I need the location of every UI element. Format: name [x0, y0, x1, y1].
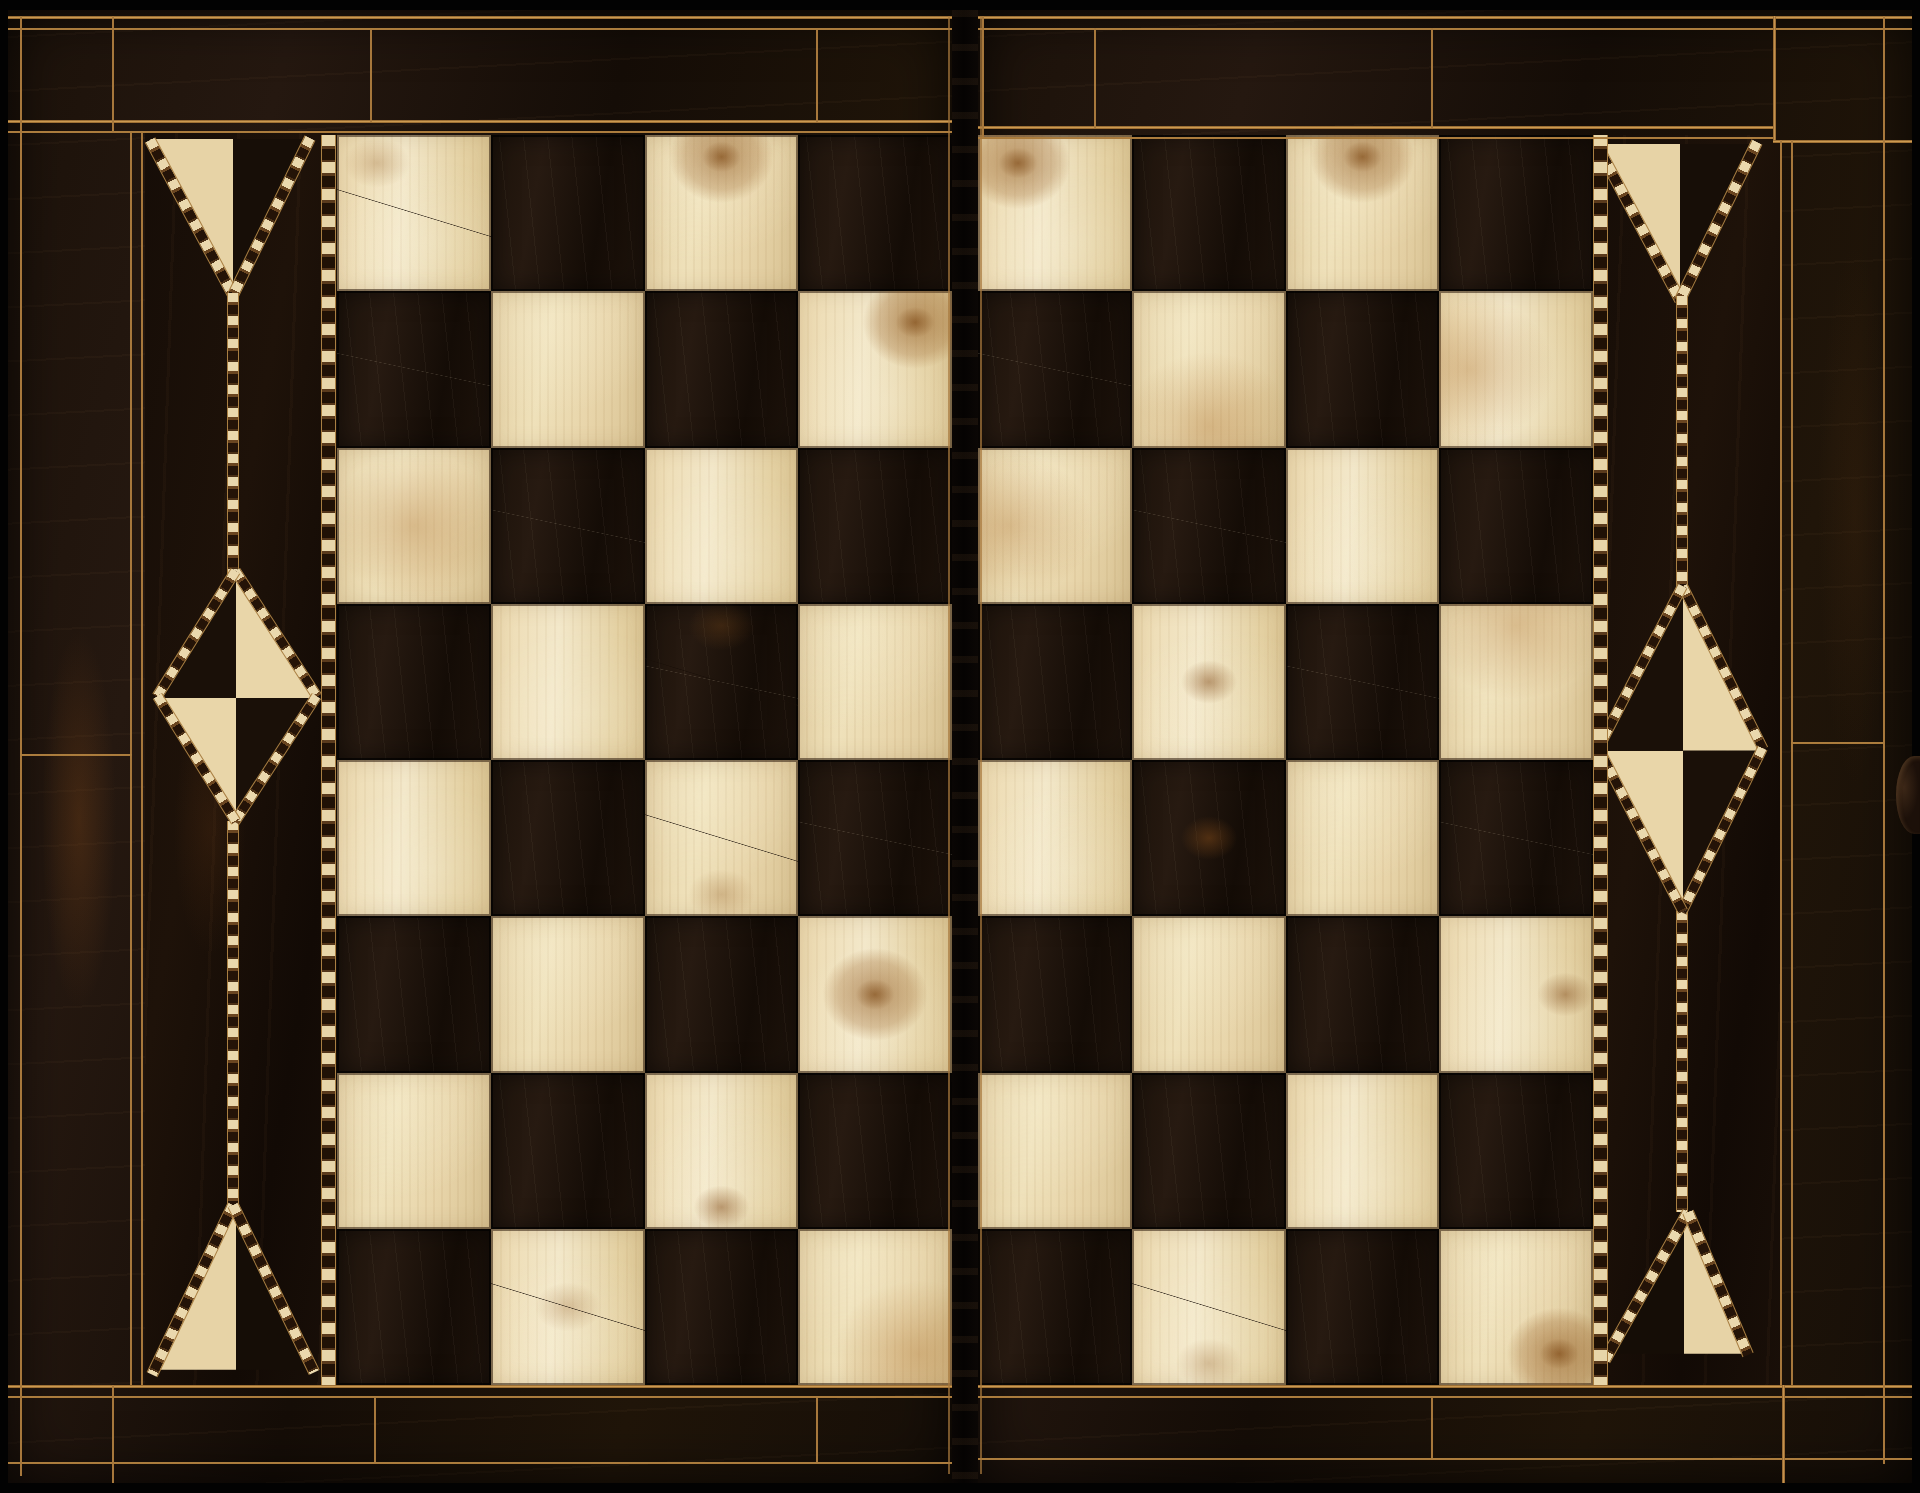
square-b8 — [491, 135, 645, 291]
stringing-line — [1883, 16, 1885, 1464]
stringing-line — [130, 133, 132, 1385]
square-h3 — [1439, 916, 1593, 1072]
stringing-line — [978, 28, 1912, 30]
square-f6 — [1132, 448, 1286, 604]
stain-overlay — [1132, 291, 1286, 447]
square-d3 — [798, 916, 952, 1072]
stringing-line — [8, 120, 952, 123]
stringing-line — [8, 1385, 952, 1388]
square-c1 — [645, 1229, 799, 1385]
square-c8 — [645, 135, 799, 291]
square-h7 — [1439, 291, 1593, 447]
square-h2 — [1439, 1073, 1593, 1229]
square-e1 — [978, 1229, 1132, 1385]
stringing-line — [982, 16, 984, 137]
stain-overlay — [1132, 604, 1286, 760]
inlay-stem — [1676, 911, 1688, 1212]
stringing-line — [8, 1396, 952, 1398]
stain-overlay — [645, 760, 799, 916]
stringing-line — [1782, 1385, 1785, 1483]
square-g7 — [1286, 291, 1440, 447]
square-d5 — [798, 604, 952, 760]
stringing-line — [978, 1458, 1912, 1460]
square-a5 — [337, 604, 491, 760]
stringing-line — [8, 131, 952, 133]
stain-overlay — [337, 448, 491, 604]
right-border-inlay-strip — [1593, 135, 1608, 1385]
stain-overlay — [491, 1229, 645, 1385]
stringing-line — [141, 133, 143, 1385]
stain-overlay — [978, 135, 1132, 291]
square-h1 — [1439, 1229, 1593, 1385]
square-f1 — [1132, 1229, 1286, 1385]
square-a4 — [337, 760, 491, 916]
stringing-line — [1431, 28, 1433, 128]
square-c6 — [645, 448, 799, 604]
square-d1 — [798, 1229, 952, 1385]
stain-overlay — [645, 1073, 799, 1229]
square-d7 — [798, 291, 952, 447]
square-g4 — [1286, 760, 1440, 916]
stringing-line — [8, 28, 952, 30]
stringing-line — [20, 16, 22, 1476]
square-c5 — [645, 604, 799, 760]
stringing-line — [948, 16, 950, 1474]
left-checkerboard — [337, 135, 952, 1385]
square-d4 — [798, 760, 952, 916]
stain-overlay — [1286, 135, 1440, 291]
stain-overlay — [645, 604, 799, 760]
square-e8 — [978, 135, 1132, 291]
hinge-seam — [952, 10, 978, 1483]
square-f4 — [1132, 760, 1286, 916]
stringing-line — [374, 1398, 376, 1462]
stringing-line — [816, 30, 818, 122]
square-c3 — [645, 916, 799, 1072]
inlay-stem — [227, 821, 239, 1207]
square-c2 — [645, 1073, 799, 1229]
stringing-line — [1791, 742, 1883, 744]
right-checkerboard — [978, 135, 1593, 1385]
stain-overlay — [337, 135, 491, 291]
square-b4 — [491, 760, 645, 916]
square-b6 — [491, 448, 645, 604]
square-e2 — [978, 1073, 1132, 1229]
square-d2 — [798, 1073, 952, 1229]
square-e4 — [978, 760, 1132, 916]
stain-overlay — [798, 1229, 952, 1385]
stringing-line — [978, 1396, 1912, 1398]
stringing-line — [1773, 140, 1912, 143]
inlay-stem — [1676, 296, 1688, 590]
square-e5 — [978, 604, 1132, 760]
stringing-line — [370, 30, 372, 122]
stain-overlay — [978, 448, 1132, 604]
square-f8 — [1132, 135, 1286, 291]
square-b3 — [491, 916, 645, 1072]
stringing-line — [8, 16, 952, 19]
stringing-line — [1094, 28, 1096, 128]
square-g3 — [1286, 916, 1440, 1072]
stringing-line — [112, 1385, 114, 1483]
square-a1 — [337, 1229, 491, 1385]
square-g6 — [1286, 448, 1440, 604]
stringing-line — [1773, 16, 1776, 142]
stain-overlay — [798, 291, 952, 447]
square-g2 — [1286, 1073, 1440, 1229]
square-h6 — [1439, 448, 1593, 604]
square-b7 — [491, 291, 645, 447]
stringing-line — [978, 16, 1912, 19]
square-h8 — [1439, 135, 1593, 291]
stain-overlay — [1439, 1229, 1593, 1385]
square-g1 — [1286, 1229, 1440, 1385]
stringing-line — [978, 126, 1773, 129]
square-h4 — [1439, 760, 1593, 916]
stain-overlay — [1439, 916, 1593, 1072]
square-a7 — [337, 291, 491, 447]
square-f2 — [1132, 1073, 1286, 1229]
square-f3 — [1132, 916, 1286, 1072]
stringing-line — [112, 16, 114, 133]
stain-overlay — [1132, 1229, 1286, 1385]
square-d8 — [798, 135, 952, 291]
square-f5 — [1132, 604, 1286, 760]
stringing-line — [978, 1385, 1912, 1388]
square-d6 — [798, 448, 952, 604]
square-c4 — [645, 760, 799, 916]
stringing-line — [980, 16, 982, 1474]
square-c7 — [645, 291, 799, 447]
stain-overlay — [1439, 291, 1593, 447]
square-e3 — [978, 916, 1132, 1072]
square-e7 — [978, 291, 1132, 447]
square-g5 — [1286, 604, 1440, 760]
square-e6 — [978, 448, 1132, 604]
stain-overlay — [645, 135, 799, 291]
stringing-line — [1780, 140, 1782, 1385]
stringing-line — [816, 1398, 818, 1462]
stain-overlay — [1132, 760, 1286, 916]
stringing-line — [8, 1462, 952, 1464]
square-a2 — [337, 1073, 491, 1229]
square-b1 — [491, 1229, 645, 1385]
square-a8 — [337, 135, 491, 291]
square-b5 — [491, 604, 645, 760]
stringing-line — [978, 137, 1773, 139]
stringing-line — [1431, 1398, 1433, 1458]
stain-overlay — [1439, 604, 1593, 760]
chessboard-photo — [0, 0, 1920, 1493]
square-h5 — [1439, 604, 1593, 760]
square-f7 — [1132, 291, 1286, 447]
square-a3 — [337, 916, 491, 1072]
inlay-stem — [227, 293, 239, 575]
square-b2 — [491, 1073, 645, 1229]
stringing-line — [1791, 140, 1793, 1385]
left-border-inlay-strip — [321, 135, 336, 1385]
stain-overlay — [798, 916, 952, 1072]
square-a6 — [337, 448, 491, 604]
stringing-line — [20, 754, 132, 756]
square-g8 — [1286, 135, 1440, 291]
